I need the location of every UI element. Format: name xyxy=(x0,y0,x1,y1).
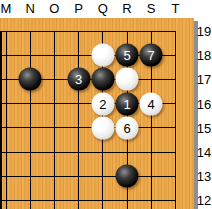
grid-line-h-14 xyxy=(0,152,176,153)
stone-Q16[interactable]: 2 xyxy=(91,92,114,115)
grid-line-v-P xyxy=(78,31,79,209)
grid-line-v-O xyxy=(54,31,55,209)
stone-move-number: 2 xyxy=(99,97,106,110)
grid-line-v-M xyxy=(6,31,7,209)
stone-R17[interactable] xyxy=(116,68,139,91)
stone-move-number: 6 xyxy=(123,121,130,134)
grid-line-v-edge xyxy=(0,31,2,209)
column-label-M: M xyxy=(1,1,12,16)
stone-S18[interactable]: 7 xyxy=(140,44,163,67)
stone-Q18[interactable] xyxy=(91,44,114,67)
stone-R16[interactable]: 1 xyxy=(116,92,139,115)
stone-R18[interactable]: 5 xyxy=(116,44,139,67)
row-label-19: 19 xyxy=(196,25,212,38)
column-label-P: P xyxy=(74,1,83,16)
column-label-O: O xyxy=(49,1,59,16)
column-label-Q: Q xyxy=(98,1,108,16)
grid-line-h-13 xyxy=(0,176,176,177)
stone-move-number: 1 xyxy=(123,97,130,110)
stone-R13[interactable] xyxy=(116,165,139,188)
row-label-14: 14 xyxy=(196,146,212,159)
stone-N17[interactable] xyxy=(19,68,42,91)
grid-line-h-15 xyxy=(0,127,176,128)
stone-P17[interactable]: 3 xyxy=(67,68,90,91)
column-label-T: T xyxy=(171,1,179,16)
stone-move-number: 3 xyxy=(75,73,82,86)
row-label-16: 16 xyxy=(196,97,212,110)
grid-line-v-T xyxy=(175,31,176,209)
row-label-12: 12 xyxy=(196,194,212,207)
go-diagram: MNOPQRST19181716151413125732146 xyxy=(0,0,212,209)
row-label-17: 17 xyxy=(196,73,212,86)
column-label-S: S xyxy=(147,1,156,16)
stone-move-number: 7 xyxy=(148,49,155,62)
stone-move-number: 5 xyxy=(123,49,130,62)
row-label-13: 13 xyxy=(196,170,212,183)
stone-S16[interactable]: 4 xyxy=(140,92,163,115)
grid-line-v-N xyxy=(30,31,31,209)
grid-line-h-12 xyxy=(0,200,176,201)
column-label-N: N xyxy=(25,1,34,16)
row-label-15: 15 xyxy=(196,121,212,134)
stone-Q15[interactable] xyxy=(91,116,114,139)
stone-R15[interactable]: 6 xyxy=(116,116,139,139)
row-label-18: 18 xyxy=(196,49,212,62)
stone-move-number: 4 xyxy=(148,97,155,110)
grid-line-h-19 xyxy=(0,31,176,32)
stone-Q17[interactable] xyxy=(91,68,114,91)
column-label-R: R xyxy=(122,1,131,16)
